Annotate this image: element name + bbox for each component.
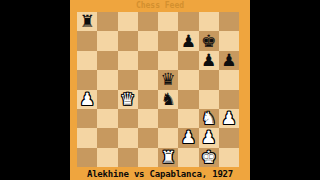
square-g7[interactable]: ♚ <box>199 31 219 50</box>
square-h8[interactable] <box>219 12 239 31</box>
square-a7[interactable] <box>77 31 97 50</box>
square-a8[interactable]: ♜ <box>77 12 97 31</box>
square-g1[interactable]: ♚ <box>199 148 219 167</box>
black-pawn-f7[interactable]: ♟ <box>178 31 198 50</box>
square-h2[interactable] <box>219 128 239 147</box>
page-title: Chess Feed <box>70 1 250 10</box>
square-c3[interactable] <box>118 109 138 128</box>
square-h4[interactable] <box>219 90 239 109</box>
square-a4[interactable]: ♟ <box>77 90 97 109</box>
square-e2[interactable] <box>158 128 178 147</box>
square-b2[interactable] <box>97 128 117 147</box>
black-rook-a8[interactable]: ♜ <box>77 12 97 31</box>
white-pawn-h3[interactable]: ♟ <box>219 109 239 128</box>
white-king-g1[interactable]: ♚ <box>199 148 219 167</box>
white-knight-g3[interactable]: ♞ <box>199 109 219 128</box>
square-f6[interactable] <box>178 51 198 70</box>
square-f1[interactable] <box>178 148 198 167</box>
chess-panel: Chess Feed ♜♟♚♟♟♛♟♛♞♞♟♟♟♜♚ Alekhine vs C… <box>70 0 250 180</box>
square-h1[interactable] <box>219 148 239 167</box>
square-d3[interactable] <box>138 109 158 128</box>
square-g2[interactable]: ♟ <box>199 128 219 147</box>
black-knight-e4[interactable]: ♞ <box>158 90 178 109</box>
square-a2[interactable] <box>77 128 97 147</box>
square-g5[interactable] <box>199 70 219 89</box>
square-g6[interactable]: ♟ <box>199 51 219 70</box>
square-c8[interactable] <box>118 12 138 31</box>
square-d6[interactable] <box>138 51 158 70</box>
square-e6[interactable] <box>158 51 178 70</box>
letterbox-right <box>250 0 320 180</box>
square-d8[interactable] <box>138 12 158 31</box>
game-caption: Alekhine vs Capablanca, 1927 <box>70 169 250 179</box>
square-a5[interactable] <box>77 70 97 89</box>
square-a6[interactable] <box>77 51 97 70</box>
square-b6[interactable] <box>97 51 117 70</box>
square-c1[interactable] <box>118 148 138 167</box>
video-frame: Chess Feed ♜♟♚♟♟♛♟♛♞♞♟♟♟♜♚ Alekhine vs C… <box>0 0 320 180</box>
square-c4[interactable]: ♛ <box>118 90 138 109</box>
square-a1[interactable] <box>77 148 97 167</box>
square-f5[interactable] <box>178 70 198 89</box>
square-e8[interactable] <box>158 12 178 31</box>
square-e5[interactable]: ♛ <box>158 70 178 89</box>
square-h6[interactable]: ♟ <box>219 51 239 70</box>
square-c6[interactable] <box>118 51 138 70</box>
white-pawn-f2[interactable]: ♟ <box>178 128 198 147</box>
black-pawn-h6[interactable]: ♟ <box>219 51 239 70</box>
square-d7[interactable] <box>138 31 158 50</box>
square-b7[interactable] <box>97 31 117 50</box>
white-rook-e1[interactable]: ♜ <box>158 148 178 167</box>
square-b4[interactable] <box>97 90 117 109</box>
white-pawn-a4[interactable]: ♟ <box>77 90 97 109</box>
square-e4[interactable]: ♞ <box>158 90 178 109</box>
square-c7[interactable] <box>118 31 138 50</box>
square-b3[interactable] <box>97 109 117 128</box>
black-king-g7[interactable]: ♚ <box>199 31 219 50</box>
square-h5[interactable] <box>219 70 239 89</box>
square-f2[interactable]: ♟ <box>178 128 198 147</box>
square-d5[interactable] <box>138 70 158 89</box>
letterbox-left <box>0 0 70 180</box>
square-g3[interactable]: ♞ <box>199 109 219 128</box>
square-c2[interactable] <box>118 128 138 147</box>
square-d2[interactable] <box>138 128 158 147</box>
square-c5[interactable] <box>118 70 138 89</box>
white-pawn-g2[interactable]: ♟ <box>199 128 219 147</box>
chess-board: ♜♟♚♟♟♛♟♛♞♞♟♟♟♜♚ <box>77 12 239 167</box>
square-f8[interactable] <box>178 12 198 31</box>
square-f7[interactable]: ♟ <box>178 31 198 50</box>
square-d1[interactable] <box>138 148 158 167</box>
square-a3[interactable] <box>77 109 97 128</box>
square-g4[interactable] <box>199 90 219 109</box>
square-b5[interactable] <box>97 70 117 89</box>
square-e1[interactable]: ♜ <box>158 148 178 167</box>
square-h3[interactable]: ♟ <box>219 109 239 128</box>
square-f3[interactable] <box>178 109 198 128</box>
square-h7[interactable] <box>219 31 239 50</box>
square-b8[interactable] <box>97 12 117 31</box>
square-b1[interactable] <box>97 148 117 167</box>
square-g8[interactable] <box>199 12 219 31</box>
square-d4[interactable] <box>138 90 158 109</box>
white-queen-c4[interactable]: ♛ <box>118 90 138 109</box>
square-e3[interactable] <box>158 109 178 128</box>
black-queen-e5[interactable]: ♛ <box>158 70 178 89</box>
square-e7[interactable] <box>158 31 178 50</box>
black-pawn-g6[interactable]: ♟ <box>199 51 219 70</box>
square-f4[interactable] <box>178 90 198 109</box>
